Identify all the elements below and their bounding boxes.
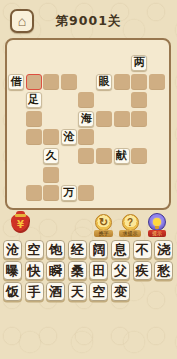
shuffle-banner: 换字 — [94, 230, 113, 237]
board-panel: 两借眼足海沧久献万 — [5, 38, 171, 210]
hint-button[interactable]: ? — [122, 214, 139, 231]
tile-tray: 沧空饱经阔息不浇曝快瞬桑田父疾愁饭手酒天空变 — [3, 240, 173, 303]
shuffle-button[interactable]: ↻ — [95, 214, 112, 231]
board-cell-r2c1: 足 — [26, 92, 42, 108]
tray-tile[interactable]: 饭 — [3, 282, 22, 301]
hint-banner: 求提示 — [119, 230, 141, 237]
board-cell-r4c4[interactable] — [78, 129, 94, 145]
question-icon: ? — [127, 217, 133, 228]
board-cell-r2c4[interactable] — [78, 92, 94, 108]
tray-tile[interactable]: 变 — [111, 282, 130, 301]
board-cell-r1c6[interactable] — [114, 74, 130, 90]
super-hint-banner: 提示 — [148, 230, 166, 237]
level-title: 第9001关 — [0, 13, 177, 30]
tray-tile[interactable]: 愁 — [154, 261, 173, 280]
tray-tile[interactable]: 经 — [68, 240, 87, 259]
super-hint-button[interactable] — [148, 213, 166, 231]
board-cell-r5c6: 献 — [114, 148, 130, 164]
crossword-board: 两借眼足海沧久献万 — [8, 55, 165, 201]
refresh-icon: ↻ — [99, 216, 108, 229]
money-bag-button[interactable]: ¥ — [11, 214, 30, 233]
lightbulb-icon — [153, 218, 161, 226]
board-cell-r3c5[interactable] — [96, 111, 112, 127]
board-cell-r7c2[interactable] — [43, 185, 59, 201]
tray-tile[interactable]: 酒 — [46, 282, 65, 301]
board-cell-r5c4[interactable] — [78, 148, 94, 164]
tray-tile[interactable]: 父 — [111, 261, 130, 280]
board-cell-r1c5: 眼 — [96, 74, 112, 90]
board-cell-r1c2[interactable] — [43, 74, 59, 90]
board-cell-r7c1[interactable] — [26, 185, 42, 201]
tray-tile[interactable]: 息 — [111, 240, 130, 259]
board-cell-r0c7: 两 — [131, 55, 147, 71]
board-cell-r7c4[interactable] — [78, 185, 94, 201]
board-cell-r3c1[interactable] — [26, 111, 42, 127]
board-cell-r4c2[interactable] — [43, 129, 59, 145]
yuan-icon: ¥ — [17, 219, 24, 230]
tray-tile[interactable]: 饱 — [46, 240, 65, 259]
tray-row: 沧空饱经阔息不浇 — [3, 240, 173, 259]
board-cell-r5c5[interactable] — [96, 148, 112, 164]
game-screen: ⌂ 第9001关 两借眼足海沧久献万 ¥ ↻ ? 换字 求提示 提示 沧空饱经阔… — [0, 0, 177, 359]
tray-tile[interactable]: 浇 — [154, 240, 173, 259]
board-cell-r5c2: 久 — [43, 148, 59, 164]
board-cell-r1c3[interactable] — [61, 74, 77, 90]
board-cell-r1c1[interactable] — [26, 74, 42, 90]
tray-tile[interactable]: 天 — [68, 282, 87, 301]
tray-row: 曝快瞬桑田父疾愁 — [3, 261, 173, 280]
board-cell-r4c3: 沧 — [61, 129, 77, 145]
board-cell-r3c7[interactable] — [131, 111, 147, 127]
tray-tile[interactable]: 快 — [25, 261, 44, 280]
board-cell-r5c7[interactable] — [131, 148, 147, 164]
tray-tile[interactable]: 桑 — [68, 261, 87, 280]
board-cell-r4c1[interactable] — [26, 129, 42, 145]
tray-tile[interactable]: 阔 — [89, 240, 108, 259]
tray-tile[interactable]: 空 — [89, 282, 108, 301]
board-cell-r2c7[interactable] — [131, 92, 147, 108]
board-cell-r1c0: 借 — [8, 74, 24, 90]
board-cell-r1c7[interactable] — [131, 74, 147, 90]
board-cell-r3c4: 海 — [78, 111, 94, 127]
tray-row: 饭手酒天空变 — [3, 282, 173, 301]
tray-tile[interactable]: 手 — [25, 282, 44, 301]
tray-tile[interactable]: 曝 — [3, 261, 22, 280]
tray-tile[interactable]: 沧 — [3, 240, 22, 259]
tray-tile[interactable]: 疾 — [133, 261, 152, 280]
board-cell-r6c2[interactable] — [43, 167, 59, 183]
board-cell-r1c8[interactable] — [149, 74, 165, 90]
board-cell-r7c3: 万 — [61, 185, 77, 201]
board-cell-r3c6[interactable] — [114, 111, 130, 127]
tray-tile[interactable]: 瞬 — [46, 261, 65, 280]
tray-tile[interactable]: 空 — [25, 240, 44, 259]
tray-tile[interactable]: 不 — [133, 240, 152, 259]
tray-tile[interactable]: 田 — [89, 261, 108, 280]
